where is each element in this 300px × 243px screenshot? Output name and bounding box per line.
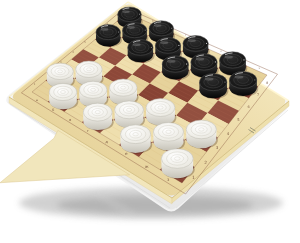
checker-piece-black (229, 71, 258, 96)
checker-piece-white (146, 99, 176, 127)
checker-piece-white (83, 103, 113, 131)
checker-piece-white (120, 125, 152, 154)
svg-text:1: 1 (192, 175, 195, 180)
svg-text:7: 7 (257, 93, 259, 97)
checker-piece-black (199, 74, 228, 99)
svg-text:е: е (220, 50, 222, 53)
svg-text:3: 3 (216, 145, 219, 150)
checker-piece-black (96, 24, 122, 47)
checker-piece-black (162, 56, 190, 80)
checker-piece-white (153, 122, 185, 151)
svg-text:8: 8 (266, 81, 268, 85)
svg-text:2: 2 (204, 160, 207, 165)
svg-text:6: 6 (247, 105, 249, 109)
checker-piece-white (186, 120, 218, 149)
checker-piece-white (49, 83, 78, 110)
checkers-product-photo: ааббввггддеежжзз8877665544332211 (0, 0, 300, 243)
checker-piece-white (115, 101, 145, 129)
svg-text:з: з (259, 67, 261, 70)
checker-piece-white (161, 149, 194, 179)
svg-text:ж: ж (145, 164, 149, 169)
svg-text:д: д (105, 139, 108, 144)
checkers-board: ааббввггддеежжзз8877665544332211 (0, 0, 300, 243)
checker-piece-black (128, 40, 155, 64)
svg-text:в: в (69, 118, 71, 122)
svg-text:г: г (87, 129, 89, 133)
svg-text:б: б (52, 108, 54, 112)
svg-text:а: а (36, 98, 38, 102)
